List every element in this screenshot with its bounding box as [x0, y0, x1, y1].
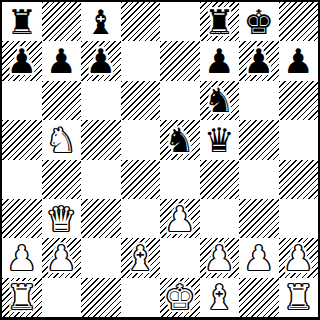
- square-g1[interactable]: [239, 278, 279, 317]
- square-f6[interactable]: ♞: [200, 81, 240, 120]
- white-rook-piece: ♜: [7, 280, 37, 314]
- square-d3[interactable]: [121, 199, 161, 238]
- square-c5[interactable]: [81, 120, 121, 159]
- square-e1[interactable]: ♚: [160, 278, 200, 317]
- square-d6[interactable]: [121, 81, 161, 120]
- black-pawn-piece: ♟: [86, 44, 116, 78]
- square-e7[interactable]: [160, 41, 200, 80]
- square-e4[interactable]: [160, 160, 200, 199]
- square-g7[interactable]: ♟: [239, 41, 279, 80]
- square-d5[interactable]: [121, 120, 161, 159]
- square-c4[interactable]: [81, 160, 121, 199]
- square-h3[interactable]: [279, 199, 319, 238]
- black-pawn-piece: ♟: [46, 44, 76, 78]
- square-e8[interactable]: [160, 2, 200, 41]
- square-a3[interactable]: [2, 199, 42, 238]
- square-h2[interactable]: ♟: [279, 238, 319, 277]
- square-d7[interactable]: [121, 41, 161, 80]
- square-f2[interactable]: ♟: [200, 238, 240, 277]
- square-g3[interactable]: [239, 199, 279, 238]
- square-f4[interactable]: [200, 160, 240, 199]
- white-pawn-piece: ♟: [7, 241, 37, 275]
- square-g4[interactable]: [239, 160, 279, 199]
- square-h1[interactable]: ♜: [279, 278, 319, 317]
- white-bishop-piece: ♝: [204, 280, 234, 314]
- black-bishop-piece: ♝: [86, 5, 116, 39]
- white-rook-piece: ♜: [283, 280, 313, 314]
- white-pawn-piece: ♟: [165, 202, 195, 236]
- square-c6[interactable]: [81, 81, 121, 120]
- black-pawn-piece: ♟: [204, 44, 234, 78]
- square-b2[interactable]: ♟: [42, 238, 82, 277]
- white-pawn-piece: ♟: [283, 241, 313, 275]
- square-f1[interactable]: ♝: [200, 278, 240, 317]
- square-d8[interactable]: [121, 2, 161, 41]
- square-b4[interactable]: [42, 160, 82, 199]
- square-e3[interactable]: ♟: [160, 199, 200, 238]
- square-c3[interactable]: [81, 199, 121, 238]
- square-b6[interactable]: [42, 81, 82, 120]
- square-b5[interactable]: ♞: [42, 120, 82, 159]
- white-pawn-piece: ♟: [46, 241, 76, 275]
- square-a4[interactable]: [2, 160, 42, 199]
- white-king-piece: ♚: [165, 280, 195, 314]
- white-knight-piece: ♞: [46, 123, 76, 157]
- white-bishop-piece: ♝: [125, 241, 155, 275]
- black-pawn-piece: ♟: [7, 44, 37, 78]
- square-f7[interactable]: ♟: [200, 41, 240, 80]
- square-c7[interactable]: ♟: [81, 41, 121, 80]
- square-a2[interactable]: ♟: [2, 238, 42, 277]
- square-d4[interactable]: [121, 160, 161, 199]
- white-pawn-piece: ♟: [244, 241, 274, 275]
- square-g2[interactable]: ♟: [239, 238, 279, 277]
- square-g6[interactable]: [239, 81, 279, 120]
- square-c8[interactable]: ♝: [81, 2, 121, 41]
- square-d1[interactable]: [121, 278, 161, 317]
- square-e5[interactable]: ♞: [160, 120, 200, 159]
- square-b3[interactable]: ♛: [42, 199, 82, 238]
- square-h7[interactable]: ♟: [279, 41, 319, 80]
- square-c1[interactable]: [81, 278, 121, 317]
- square-d2[interactable]: ♝: [121, 238, 161, 277]
- square-g5[interactable]: [239, 120, 279, 159]
- black-rook-piece: ♜: [204, 5, 234, 39]
- square-f3[interactable]: [200, 199, 240, 238]
- black-knight-piece: ♞: [204, 83, 234, 117]
- square-a6[interactable]: [2, 81, 42, 120]
- square-f8[interactable]: ♜: [200, 2, 240, 41]
- black-queen-piece: ♛: [204, 123, 234, 157]
- square-a8[interactable]: ♜: [2, 2, 42, 41]
- square-h5[interactable]: [279, 120, 319, 159]
- square-h8[interactable]: [279, 2, 319, 41]
- square-b7[interactable]: ♟: [42, 41, 82, 80]
- black-pawn-piece: ♟: [244, 44, 274, 78]
- chess-board: ♜♝♜♚♟♟♟♟♟♟♞♞♞♛♛♟♟♟♝♟♟♟♜♚♝♜: [0, 0, 320, 320]
- square-c2[interactable]: [81, 238, 121, 277]
- square-g8[interactable]: ♚: [239, 2, 279, 41]
- black-pawn-piece: ♟: [283, 44, 313, 78]
- square-b8[interactable]: [42, 2, 82, 41]
- square-e2[interactable]: [160, 238, 200, 277]
- square-a5[interactable]: [2, 120, 42, 159]
- square-h6[interactable]: [279, 81, 319, 120]
- white-pawn-piece: ♟: [204, 241, 234, 275]
- black-knight-piece: ♞: [165, 123, 195, 157]
- white-queen-piece: ♛: [46, 202, 76, 236]
- square-f5[interactable]: ♛: [200, 120, 240, 159]
- black-rook-piece: ♜: [7, 5, 37, 39]
- square-a1[interactable]: ♜: [2, 278, 42, 317]
- square-b1[interactable]: [42, 278, 82, 317]
- square-a7[interactable]: ♟: [2, 41, 42, 80]
- square-h4[interactable]: [279, 160, 319, 199]
- square-e6[interactable]: [160, 81, 200, 120]
- black-king-piece: ♚: [244, 5, 274, 39]
